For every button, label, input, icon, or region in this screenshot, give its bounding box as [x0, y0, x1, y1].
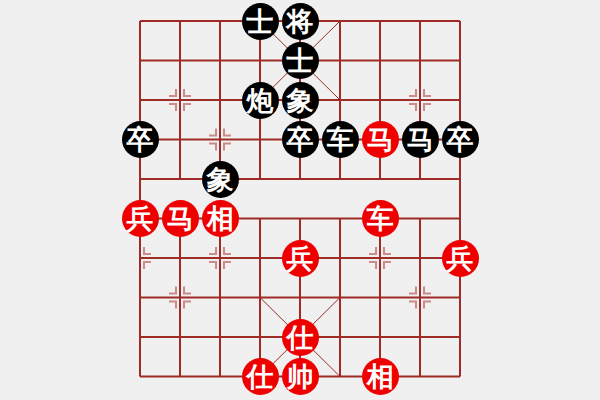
piece-red-pawn[interactable]: 兵: [442, 240, 479, 277]
piece-black-cannon[interactable]: 炮: [242, 82, 279, 119]
piece-black-pawn[interactable]: 卒: [282, 121, 319, 158]
piece-black-elephant[interactable]: 象: [202, 161, 239, 198]
piece-red-king[interactable]: 帅: [282, 358, 319, 395]
piece-red-advisor[interactable]: 仕: [242, 358, 279, 395]
piece-red-pawn[interactable]: 兵: [282, 240, 319, 277]
piece-black-horse[interactable]: 马: [402, 121, 439, 158]
piece-black-pawn[interactable]: 卒: [442, 121, 479, 158]
piece-red-elephant[interactable]: 相: [362, 358, 399, 395]
piece-red-horse[interactable]: 马: [362, 121, 399, 158]
piece-black-chariot[interactable]: 车: [322, 121, 359, 158]
piece-black-advisor[interactable]: 士: [242, 3, 279, 40]
piece-black-elephant[interactable]: 象: [282, 82, 319, 119]
piece-red-advisor[interactable]: 仕: [282, 319, 319, 356]
xiangqi-board: 士将士炮象卒卒车马马卒象兵马相车兵兵仕仕帅相: [0, 0, 600, 400]
piece-red-elephant[interactable]: 相: [202, 200, 239, 237]
piece-black-advisor[interactable]: 士: [282, 42, 319, 79]
piece-red-pawn[interactable]: 兵: [122, 200, 159, 237]
piece-black-king[interactable]: 将: [282, 3, 319, 40]
piece-red-chariot[interactable]: 车: [362, 200, 399, 237]
piece-red-horse[interactable]: 马: [162, 200, 199, 237]
piece-black-pawn[interactable]: 卒: [122, 121, 159, 158]
